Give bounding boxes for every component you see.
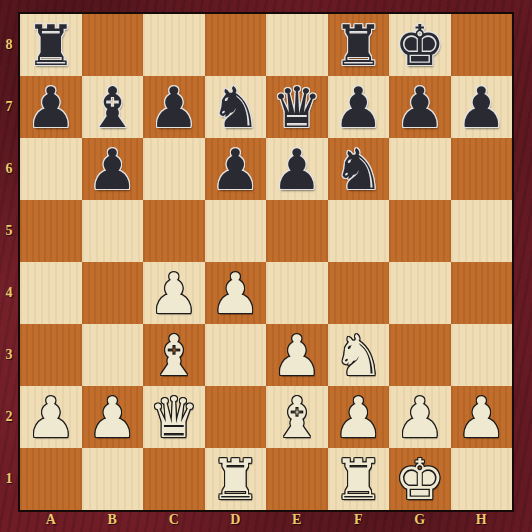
- square-h6[interactable]: [451, 138, 513, 200]
- square-a3[interactable]: [20, 324, 82, 386]
- square-c2[interactable]: ♛: [143, 386, 205, 448]
- rank-label-1: 1: [0, 448, 18, 510]
- square-a4[interactable]: [20, 262, 82, 324]
- square-g4[interactable]: [389, 262, 451, 324]
- square-f3[interactable]: ♞: [328, 324, 390, 386]
- square-b7[interactable]: ♝: [82, 76, 144, 138]
- rank-label-text: 7: [6, 99, 13, 115]
- square-b5[interactable]: [82, 200, 144, 262]
- square-f8[interactable]: ♜: [328, 14, 390, 76]
- square-h1[interactable]: [451, 448, 513, 510]
- square-h5[interactable]: [451, 200, 513, 262]
- square-c7[interactable]: ♟: [143, 76, 205, 138]
- piece-white-pawn[interactable]: ♟: [149, 263, 199, 325]
- square-g8[interactable]: ♚: [389, 14, 451, 76]
- board-frame: ♜♜♚♟♝♟♞♛♟♟♟♟♟♟♞♟♟♝♟♞♟♟♛♝♟♟♟♜♜♚ 87654321 …: [0, 0, 532, 532]
- piece-black-rook[interactable]: ♜: [26, 15, 76, 77]
- square-e6[interactable]: ♟: [266, 138, 328, 200]
- piece-white-knight[interactable]: ♞: [333, 325, 383, 387]
- square-g5[interactable]: [389, 200, 451, 262]
- piece-black-rook[interactable]: ♜: [333, 15, 383, 77]
- square-g7[interactable]: ♟: [389, 76, 451, 138]
- piece-white-pawn[interactable]: ♟: [87, 387, 137, 449]
- piece-black-pawn[interactable]: ♟: [333, 77, 383, 139]
- piece-black-pawn[interactable]: ♟: [210, 139, 260, 201]
- square-f1[interactable]: ♜: [328, 448, 390, 510]
- square-h8[interactable]: [451, 14, 513, 76]
- square-c3[interactable]: ♝: [143, 324, 205, 386]
- square-c6[interactable]: [143, 138, 205, 200]
- square-d7[interactable]: ♞: [205, 76, 267, 138]
- piece-black-pawn[interactable]: ♟: [149, 77, 199, 139]
- piece-white-queen[interactable]: ♛: [149, 387, 199, 449]
- square-d2[interactable]: [205, 386, 267, 448]
- rank-label-4: 4: [0, 262, 18, 324]
- piece-black-knight[interactable]: ♞: [210, 77, 260, 139]
- square-g3[interactable]: [389, 324, 451, 386]
- square-f6[interactable]: ♞: [328, 138, 390, 200]
- square-f2[interactable]: ♟: [328, 386, 390, 448]
- file-label-g: G: [389, 510, 451, 530]
- square-h7[interactable]: ♟: [451, 76, 513, 138]
- square-g2[interactable]: ♟: [389, 386, 451, 448]
- square-d6[interactable]: ♟: [205, 138, 267, 200]
- file-label-text: A: [46, 512, 56, 528]
- piece-white-pawn[interactable]: ♟: [26, 387, 76, 449]
- file-label-e: E: [266, 510, 328, 530]
- rank-label-text: 5: [6, 223, 13, 239]
- rank-label-text: 3: [6, 347, 13, 363]
- square-b1[interactable]: [82, 448, 144, 510]
- file-label-text: F: [354, 512, 363, 528]
- square-g1[interactable]: ♚: [389, 448, 451, 510]
- square-d5[interactable]: [205, 200, 267, 262]
- square-e3[interactable]: ♟: [266, 324, 328, 386]
- piece-white-pawn[interactable]: ♟: [210, 263, 260, 325]
- square-b2[interactable]: ♟: [82, 386, 144, 448]
- file-label-text: C: [169, 512, 179, 528]
- square-d8[interactable]: [205, 14, 267, 76]
- piece-white-rook[interactable]: ♜: [210, 449, 260, 511]
- rank-label-text: 6: [6, 161, 13, 177]
- piece-white-bishop[interactable]: ♝: [272, 387, 322, 449]
- square-d1[interactable]: ♜: [205, 448, 267, 510]
- file-label-text: D: [230, 512, 240, 528]
- rank-label-text: 4: [6, 285, 13, 301]
- file-label-f: F: [328, 510, 390, 530]
- rank-label-text: 2: [6, 409, 13, 425]
- square-a2[interactable]: ♟: [20, 386, 82, 448]
- rank-label-2: 2: [0, 386, 18, 448]
- square-b8[interactable]: [82, 14, 144, 76]
- square-g6[interactable]: [389, 138, 451, 200]
- square-a7[interactable]: ♟: [20, 76, 82, 138]
- rank-label-text: 8: [6, 37, 13, 53]
- square-a6[interactable]: [20, 138, 82, 200]
- square-f4[interactable]: [328, 262, 390, 324]
- piece-black-pawn[interactable]: ♟: [272, 139, 322, 201]
- square-e2[interactable]: ♝: [266, 386, 328, 448]
- file-label-b: B: [82, 510, 144, 530]
- rank-label-8: 8: [0, 14, 18, 76]
- square-a1[interactable]: [20, 448, 82, 510]
- piece-black-bishop[interactable]: ♝: [87, 77, 137, 139]
- piece-black-king[interactable]: ♚: [395, 15, 445, 77]
- file-label-text: H: [476, 512, 487, 528]
- piece-black-pawn[interactable]: ♟: [26, 77, 76, 139]
- square-e5[interactable]: [266, 200, 328, 262]
- file-label-text: E: [292, 512, 301, 528]
- piece-white-pawn[interactable]: ♟: [456, 387, 506, 449]
- square-h3[interactable]: [451, 324, 513, 386]
- square-h2[interactable]: ♟: [451, 386, 513, 448]
- rank-label-5: 5: [0, 200, 18, 262]
- square-e7[interactable]: ♛: [266, 76, 328, 138]
- square-h4[interactable]: [451, 262, 513, 324]
- square-e1[interactable]: [266, 448, 328, 510]
- square-d3[interactable]: [205, 324, 267, 386]
- piece-black-pawn[interactable]: ♟: [456, 77, 506, 139]
- square-b3[interactable]: [82, 324, 144, 386]
- square-a8[interactable]: ♜: [20, 14, 82, 76]
- piece-black-pawn[interactable]: ♟: [87, 139, 137, 201]
- file-label-text: B: [108, 512, 117, 528]
- square-c8[interactable]: [143, 14, 205, 76]
- square-e8[interactable]: [266, 14, 328, 76]
- square-b6[interactable]: ♟: [82, 138, 144, 200]
- rank-label-3: 3: [0, 324, 18, 386]
- piece-white-pawn[interactable]: ♟: [395, 387, 445, 449]
- square-f5[interactable]: [328, 200, 390, 262]
- chess-board: ♜♜♚♟♝♟♞♛♟♟♟♟♟♟♞♟♟♝♟♞♟♟♛♝♟♟♟♜♜♚: [18, 12, 514, 512]
- rank-label-text: 1: [6, 471, 13, 487]
- piece-white-pawn[interactable]: ♟: [333, 387, 383, 449]
- square-c5[interactable]: [143, 200, 205, 262]
- file-label-h: H: [451, 510, 513, 530]
- file-label-a: A: [20, 510, 82, 530]
- square-c1[interactable]: [143, 448, 205, 510]
- piece-black-queen[interactable]: ♛: [272, 77, 322, 139]
- rank-label-6: 6: [0, 138, 18, 200]
- square-b4[interactable]: [82, 262, 144, 324]
- piece-white-bishop[interactable]: ♝: [149, 325, 199, 387]
- piece-white-pawn[interactable]: ♟: [272, 325, 322, 387]
- file-label-d: D: [205, 510, 267, 530]
- piece-white-king[interactable]: ♚: [395, 449, 445, 511]
- square-d4[interactable]: ♟: [205, 262, 267, 324]
- file-label-text: G: [414, 512, 425, 528]
- file-label-c: C: [143, 510, 205, 530]
- square-f7[interactable]: ♟: [328, 76, 390, 138]
- square-c4[interactable]: ♟: [143, 262, 205, 324]
- rank-label-7: 7: [0, 76, 18, 138]
- piece-white-rook[interactable]: ♜: [333, 449, 383, 511]
- piece-black-knight[interactable]: ♞: [333, 139, 383, 201]
- piece-black-pawn[interactable]: ♟: [395, 77, 445, 139]
- square-a5[interactable]: [20, 200, 82, 262]
- square-e4[interactable]: [266, 262, 328, 324]
